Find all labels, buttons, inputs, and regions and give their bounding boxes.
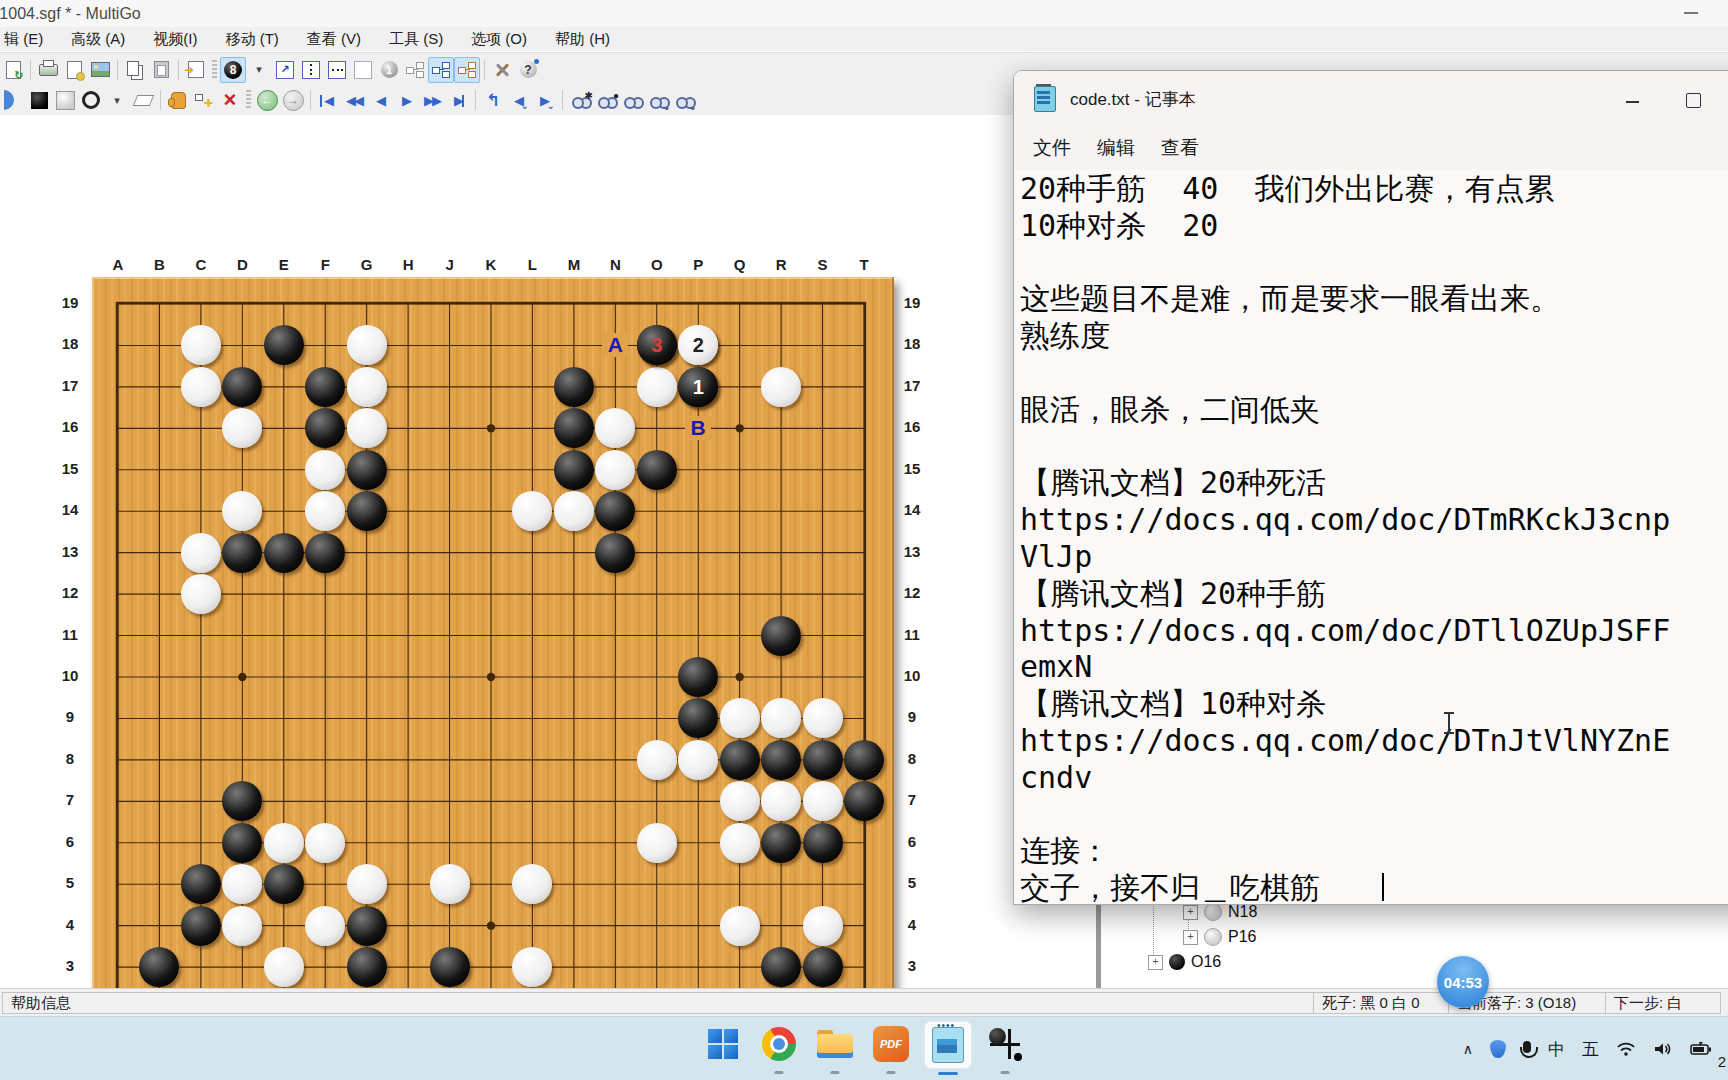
boxed-vline-icon[interactable] — [298, 57, 324, 83]
black-stone-G15[interactable] — [347, 450, 387, 490]
white-stone-G18[interactable] — [347, 325, 387, 365]
status-captures: 死子: 黑 0 白 0 — [1313, 992, 1453, 1014]
nav-fastback-icon[interactable]: ◀◀ — [341, 87, 367, 113]
notepad-line-12: 【腾讯文档】20种手筋 — [1014, 576, 1728, 613]
coordinate-label: Q — [725, 256, 755, 273]
expand-icon[interactable]: + — [1183, 905, 1198, 920]
coordinate-label: 14 — [55, 501, 85, 518]
nav-fastfwd-icon[interactable]: ▶▶ — [419, 87, 445, 113]
boxed-arrow-icon[interactable]: ↗ — [272, 57, 298, 83]
notepad-line-19: 连接： — [1014, 833, 1728, 870]
find-icon[interactable] — [619, 87, 645, 113]
white-stone-Q6[interactable] — [720, 823, 760, 863]
notepad-line-3 — [1014, 245, 1728, 282]
black-stone-O15[interactable] — [637, 450, 677, 490]
black-stone-D17[interactable] — [222, 367, 262, 407]
coordinate-label: F — [310, 256, 340, 273]
notepad-menu-2[interactable]: 查看 — [1161, 135, 1225, 161]
toolbar-separator — [160, 90, 161, 110]
expand-icon[interactable]: + — [1148, 955, 1163, 970]
dropdown-icon[interactable]: ▾ — [104, 87, 130, 113]
tray-ime-wubi[interactable]: 五 — [1582, 1038, 1599, 1061]
black-stone-F13[interactable] — [305, 533, 345, 573]
black-stone-R11[interactable] — [761, 616, 801, 656]
white-stone-icon — [1204, 903, 1222, 921]
redo-circle-icon[interactable]: → — [280, 87, 306, 113]
coordinate-label: 10 — [897, 667, 927, 684]
screen: -1004.sgf * - MultiGo 辑 (E)高级 (A)视频(I)移动… — [0, 0, 1728, 1080]
white-stone-S4[interactable] — [803, 906, 843, 946]
coordinate-label: 3 — [897, 957, 927, 974]
coordinate-label: 8 — [55, 750, 85, 767]
tray-chevron-up-icon[interactable]: ∧ — [1463, 1041, 1473, 1057]
taskbar-notepad-active[interactable] — [924, 1021, 972, 1069]
nav-forward-icon[interactable]: ▶ — [393, 87, 419, 113]
boxed-hline-icon[interactable] — [324, 57, 350, 83]
white-stone-M14[interactable] — [554, 491, 594, 531]
notepad-menu-1[interactable]: 编辑 — [1097, 135, 1161, 161]
coordinate-label: 18 — [897, 335, 927, 352]
black-stone-Q8[interactable] — [720, 740, 760, 780]
tree-node[interactable]: + P16 — [1183, 928, 1256, 946]
tree-node-label: P16 — [1228, 928, 1256, 946]
nav-back-icon[interactable]: ◀ — [367, 87, 393, 113]
white-stone-F15[interactable] — [305, 450, 345, 490]
board-label-B: B — [685, 416, 711, 440]
notepad-menubar: 文件编辑查看 — [1014, 127, 1728, 169]
white-stone-F6[interactable] — [305, 823, 345, 863]
coordinate-label: 15 — [55, 460, 85, 477]
black-stone-M17[interactable] — [554, 367, 594, 407]
coordinate-label: 8 — [897, 750, 927, 767]
menu-item-2[interactable]: 视频(I) — [139, 30, 211, 49]
white-stone-F4[interactable] — [305, 906, 345, 946]
notepad-icon — [1034, 86, 1056, 112]
export-image-icon[interactable] — [87, 57, 113, 83]
coordinate-label: 13 — [55, 543, 85, 560]
coordinate-label: B — [144, 256, 174, 273]
white-stone-R17[interactable] — [761, 367, 801, 407]
coordinate-label: 13 — [897, 543, 927, 560]
text-caret — [1382, 873, 1384, 901]
coordinate-label: 9 — [897, 708, 927, 725]
notepad-line-4: 这些题目不是难，而是要求一眼看出来。 — [1014, 281, 1728, 318]
expand-icon[interactable]: + — [1183, 930, 1198, 945]
coordinate-label: 4 — [897, 916, 927, 933]
toolbar-separator — [562, 90, 563, 110]
coordinate-label: A — [103, 256, 133, 273]
notepad-line-1: 20种手筋 40 我们外出比赛，有点累 — [1014, 171, 1728, 208]
tree-gray-icon[interactable] — [402, 57, 428, 83]
taskbar: PDF ∧ 中 五 — [0, 1016, 1728, 1080]
toolbar-grip[interactable] — [212, 60, 217, 80]
black-stone-D6[interactable] — [222, 823, 262, 863]
taskbar-start-button[interactable] — [700, 1021, 746, 1067]
running-indicator — [775, 1071, 784, 1074]
find-comment-icon[interactable]: ✱ — [567, 87, 593, 113]
coordinate-label: 14 — [897, 501, 927, 518]
hand-icon[interactable] — [165, 87, 191, 113]
find-down2-icon[interactable]: ⌄ — [671, 87, 697, 113]
coordinate-label: 12 — [897, 584, 927, 601]
copy-icon[interactable] — [122, 57, 148, 83]
taskbar-pdf-app[interactable]: PDF — [868, 1021, 914, 1067]
toolbar-separator — [310, 90, 311, 110]
coordinate-label: K — [476, 256, 506, 273]
white-stone-P8[interactable] — [678, 740, 718, 780]
white-stone-S7[interactable] — [803, 781, 843, 821]
boxed-empty-icon[interactable] — [350, 57, 376, 83]
coordinate-label: 16 — [897, 418, 927, 435]
coordinate-label: 17 — [897, 377, 927, 394]
white-stone-E6[interactable] — [264, 823, 304, 863]
black-stone-icon — [1169, 954, 1185, 970]
coordinate-label: 15 — [897, 460, 927, 477]
notepad-line-14: emxN — [1014, 649, 1728, 686]
black-stone-E13[interactable] — [264, 533, 304, 573]
white-stone-J5[interactable] — [430, 864, 470, 904]
coordinate-label: 17 — [55, 377, 85, 394]
coordinate-label: L — [517, 256, 547, 273]
black-stone-icon[interactable] — [26, 87, 52, 113]
eraser-icon[interactable] — [130, 87, 156, 113]
notepad-titlebar[interactable]: code.txt - 记事本 — [1014, 71, 1728, 127]
white-stone-G16[interactable] — [347, 408, 387, 448]
black-stone-G4[interactable] — [347, 906, 387, 946]
white-stone-D4[interactable] — [222, 906, 262, 946]
coordinate-label: 5 — [897, 874, 927, 891]
white-stone-N15[interactable] — [595, 450, 635, 490]
new-board-icon[interactable]: ↻ — [0, 57, 26, 83]
toolbar-separator — [475, 90, 476, 110]
coordinate-label: C — [186, 256, 216, 273]
coordinate-label: 19 — [897, 294, 927, 311]
white-stone-Q9[interactable] — [720, 698, 760, 738]
tree-blue-active-icon[interactable] — [428, 57, 454, 83]
white-stone-Q4[interactable] — [720, 906, 760, 946]
coordinate-label: 7 — [55, 791, 85, 808]
tree-node-label: O16 — [1191, 953, 1221, 971]
find-mark-icon[interactable]: ● — [593, 87, 619, 113]
active-indicator — [938, 1072, 958, 1075]
taskbar-file-explorer[interactable] — [812, 1021, 858, 1067]
coordinate-label: 3 — [55, 957, 85, 974]
status-next-move: 下一步: 白 — [1605, 992, 1721, 1014]
black-stone-D13[interactable] — [222, 533, 262, 573]
white-stone-C12[interactable] — [181, 574, 221, 614]
toolbar-separator — [484, 60, 485, 80]
coordinate-label: R — [766, 256, 796, 273]
menu-item-6[interactable]: 选项 (O) — [457, 30, 541, 49]
coordinate-label: 11 — [55, 626, 85, 643]
black-stone-G3[interactable] — [347, 947, 387, 987]
coordinate-label: T — [849, 256, 879, 273]
menu-item-0[interactable]: 辑 (E) — [0, 30, 57, 49]
minimize-icon[interactable] — [1684, 12, 1698, 14]
tray-volume-icon[interactable] — [1653, 1041, 1673, 1057]
black-stone-R6[interactable] — [761, 823, 801, 863]
menu-item-4[interactable]: 查看 (V) — [293, 30, 375, 49]
multigo-menubar: 辑 (E)高级 (A)视频(I)移动 (T)查看 (V)工具 (S)选项 (O)… — [0, 27, 1728, 51]
taskbar-clock-clipped[interactable]: 2 — [1718, 1053, 1726, 1070]
tray-wifi-icon[interactable] — [1616, 1041, 1636, 1057]
game-info-icon[interactable] — [183, 57, 209, 83]
coordinate-label: N — [600, 256, 630, 273]
black-stone-M15[interactable] — [554, 450, 594, 490]
delete-x-icon[interactable]: × — [217, 87, 243, 113]
board-label-A: A — [602, 333, 628, 357]
tree-orange-active-icon[interactable] — [454, 57, 480, 83]
notepad-line-2: 10种对杀 20 — [1014, 208, 1728, 245]
move-number-label: 1 — [693, 377, 704, 397]
notepad-menu-0[interactable]: 文件 — [1014, 135, 1097, 161]
multigo-titlebar: -1004.sgf * - MultiGo — [0, 0, 1728, 27]
taskbar-go-editor[interactable] — [982, 1021, 1028, 1067]
menu-item-1[interactable]: 高级 (A) — [57, 30, 139, 49]
coordinate-label: 18 — [55, 335, 85, 352]
help-ball-icon[interactable]: ? — [515, 57, 541, 83]
black-stone-R8[interactable] — [761, 740, 801, 780]
white-stone-C17[interactable] — [181, 367, 221, 407]
toolbar-grip[interactable] — [246, 90, 251, 110]
notepad-line-17: cndv — [1014, 760, 1728, 797]
coordinate-label: 19 — [55, 294, 85, 311]
print-icon[interactable] — [35, 57, 61, 83]
black-stone-P10[interactable] — [678, 657, 718, 697]
tree-add-icon[interactable] — [191, 87, 217, 113]
notepad-text-area[interactable]: 20种手筋 40 我们外出比赛，有点累10种对杀 20这些题目不是难，而是要求一… — [1014, 171, 1728, 904]
branch-up-icon[interactable]: ↰ — [480, 87, 506, 113]
white-stone-O8[interactable] — [637, 740, 677, 780]
coordinate-label: 6 — [55, 833, 85, 850]
status-help: 帮助信息 — [2, 992, 1318, 1014]
coordinate-label: 16 — [55, 418, 85, 435]
coordinate-label: H — [393, 256, 423, 273]
notepad-line-6 — [1014, 355, 1728, 392]
move-number-label: 2 — [693, 335, 704, 355]
move-number-label: 3 — [651, 335, 662, 355]
ibeam-cursor — [1443, 712, 1455, 736]
tree-node-label: N18 — [1228, 903, 1257, 921]
tree-node[interactable]: + O16 — [1148, 953, 1221, 971]
black-stone-E18[interactable] — [264, 325, 304, 365]
notepad-window-title: code.txt - 记事本 — [1070, 88, 1196, 111]
black-stone-J3[interactable] — [430, 947, 470, 987]
toolbar-separator — [178, 60, 179, 80]
branch-right-icon[interactable]: ▶⌄ — [532, 87, 558, 113]
windows-start-icon — [708, 1029, 738, 1059]
notepad-line-18 — [1014, 797, 1728, 834]
nav-first-icon[interactable]: ◀ — [315, 87, 341, 113]
black-stone-E5[interactable] — [264, 864, 304, 904]
dropdown-icon[interactable]: ▾ — [246, 57, 272, 83]
folder-icon — [817, 1030, 853, 1058]
screen-recorder-badge[interactable]: 04:53 — [1437, 956, 1489, 1008]
maximize-icon[interactable] — [1686, 93, 1701, 108]
go-board-app-icon — [988, 1027, 1022, 1061]
black-stone-S8[interactable] — [803, 740, 843, 780]
running-indicator — [1001, 1071, 1010, 1074]
black-stone-F17[interactable] — [305, 367, 345, 407]
white-stone-C13[interactable] — [181, 533, 221, 573]
ring-stone-icon[interactable] — [78, 87, 104, 113]
coordinate-label: 7 — [897, 791, 927, 808]
notepad-app-icon — [932, 1027, 964, 1063]
menu-item-7[interactable]: 帮助 (H) — [541, 30, 624, 49]
menu-item-3[interactable]: 移动 (T) — [212, 30, 293, 49]
black-stone-R3[interactable] — [761, 947, 801, 987]
black-stone-M16[interactable] — [554, 408, 594, 448]
notepad-line-9: 【腾讯文档】20种死活 — [1014, 465, 1728, 502]
white-stone-E3[interactable] — [264, 947, 304, 987]
coordinate-label: E — [269, 256, 299, 273]
print-preview-icon[interactable] — [61, 57, 87, 83]
menu-item-5[interactable]: 工具 (S) — [375, 30, 457, 49]
white-stone-O17[interactable] — [637, 367, 677, 407]
coordinate-label: 5 — [55, 874, 85, 891]
white-stone-O6[interactable] — [637, 823, 677, 863]
minimize-icon[interactable] — [1626, 101, 1639, 103]
notepad-line-11: VlJp — [1014, 539, 1728, 576]
toolbar-separator — [30, 60, 31, 80]
coordinate-label: 9 — [55, 708, 85, 725]
notepad-line-20: 交子，接不归＿吃棋筋 — [1014, 870, 1728, 904]
coordinate-label: J — [435, 256, 465, 273]
notepad-line-8 — [1014, 429, 1728, 466]
tray-ime-zh[interactable]: 中 — [1548, 1038, 1565, 1061]
coordinate-label: 12 — [55, 584, 85, 601]
running-indicator — [831, 1071, 840, 1074]
black-stone-C4[interactable] — [181, 906, 221, 946]
black-stone-N13[interactable] — [595, 533, 635, 573]
undo-circle-icon[interactable]: ← — [254, 87, 280, 113]
white-stone-icon[interactable] — [52, 87, 78, 113]
coordinate-label: S — [808, 256, 838, 273]
coordinate-label: 10 — [55, 667, 85, 684]
notepad-line-15: 【腾讯文档】10种对杀 — [1014, 686, 1728, 723]
black-stone-S6[interactable] — [803, 823, 843, 863]
notepad-line-10: https://docs.qq.com/doc/DTmRKckJ3cnp — [1014, 502, 1728, 539]
tray-battery-icon[interactable] — [1690, 1042, 1712, 1056]
notepad-line-16: https://docs.qq.com/doc/DTnJtVlNYZnE — [1014, 723, 1728, 760]
move-number-ball-8-icon[interactable]: 8 — [220, 57, 246, 83]
branch-left-icon[interactable]: ◀⌄ — [506, 87, 532, 113]
chrome-icon — [762, 1027, 796, 1061]
move-number-stone-O18[interactable]: 3 — [637, 325, 677, 365]
black-stone-G14[interactable] — [347, 491, 387, 531]
multigo-window-title: -1004.sgf * - MultiGo — [0, 5, 141, 23]
go-board[interactable]: 321AB — [92, 277, 894, 1071]
paste-icon[interactable] — [148, 57, 174, 83]
coordinate-label: D — [227, 256, 257, 273]
app-cut-icon[interactable] — [0, 87, 26, 113]
move-number-stone-P17[interactable]: 1 — [678, 367, 718, 407]
coordinate-label: P — [683, 256, 713, 273]
find-down1-icon[interactable]: ⌄ — [645, 87, 671, 113]
coordinate-label: 6 — [897, 833, 927, 850]
coordinate-label: 4 — [55, 916, 85, 933]
coordinate-label: 11 — [897, 626, 927, 643]
ball-1-icon[interactable]: 1 — [376, 57, 402, 83]
toolbar-separator — [117, 60, 118, 80]
tray-shield-icon[interactable] — [1490, 1040, 1506, 1058]
tree-node[interactable]: + N18 — [1183, 903, 1257, 921]
black-stone-S3[interactable] — [803, 947, 843, 987]
notepad-window: code.txt - 记事本 文件编辑查看 20种手筋 40 我们外出比赛，有点… — [1013, 70, 1728, 905]
black-stone-T8[interactable] — [844, 740, 884, 780]
coordinate-label: M — [559, 256, 589, 273]
tools-icon[interactable] — [489, 57, 515, 83]
white-stone-S9[interactable] — [803, 698, 843, 738]
nav-last-icon[interactable]: ▶ — [445, 87, 471, 113]
running-indicator — [887, 1071, 896, 1074]
coordinate-label: G — [352, 256, 382, 273]
taskbar-chrome[interactable] — [756, 1021, 802, 1067]
black-stone-C5[interactable] — [181, 864, 221, 904]
tray-microphone-icon[interactable] — [1523, 1041, 1531, 1053]
white-stone-Q7[interactable] — [720, 781, 760, 821]
notepad-line-13: https://docs.qq.com/doc/DTllOZUpJSFF — [1014, 613, 1728, 650]
white-stone-G5[interactable] — [347, 864, 387, 904]
notepad-line-7: 眼活，眼杀，二间低夹 — [1014, 392, 1728, 429]
coordinate-label: O — [642, 256, 672, 273]
white-stone-icon — [1204, 928, 1222, 946]
notepad-line-5: 熟练度 — [1014, 318, 1728, 355]
white-stone-G17[interactable] — [347, 367, 387, 407]
pdf-icon: PDF — [873, 1026, 909, 1062]
